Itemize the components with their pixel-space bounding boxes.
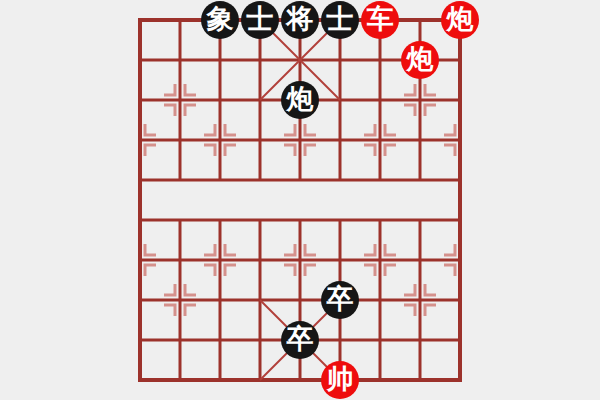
red-cannon-2[interactable]: 炮	[401, 41, 439, 79]
red-general[interactable]: 帅	[321, 361, 359, 399]
pieces-layer: 象士将士车炮炮炮卒卒帅	[120, 0, 480, 400]
red-cannon-1[interactable]: 炮	[441, 1, 479, 39]
xiangqi-board: 象士将士车炮炮炮卒卒帅	[0, 0, 600, 400]
black-soldier-1-glyph: 卒	[327, 286, 354, 313]
black-advisor-left[interactable]: 士	[241, 1, 279, 39]
black-elephant[interactable]: 象	[201, 1, 239, 39]
black-soldier-2[interactable]: 卒	[281, 321, 319, 359]
black-advisor-right-glyph: 士	[327, 6, 354, 33]
black-general-glyph: 将	[287, 6, 314, 33]
red-cannon-1-glyph: 炮	[447, 6, 474, 33]
black-cannon[interactable]: 炮	[281, 81, 319, 119]
black-soldier-2-glyph: 卒	[287, 326, 314, 353]
black-cannon-glyph: 炮	[287, 86, 314, 113]
black-soldier-1[interactable]: 卒	[321, 281, 359, 319]
black-general[interactable]: 将	[281, 1, 319, 39]
black-advisor-right[interactable]: 士	[321, 1, 359, 39]
red-cannon-2-glyph: 炮	[407, 46, 434, 73]
black-elephant-glyph: 象	[207, 6, 234, 33]
red-general-glyph: 帅	[327, 366, 354, 393]
red-chariot-glyph: 车	[367, 6, 394, 33]
black-advisor-left-glyph: 士	[247, 6, 274, 33]
red-chariot[interactable]: 车	[361, 1, 399, 39]
